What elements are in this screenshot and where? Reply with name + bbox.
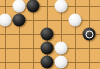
go-board[interactable] — [0, 0, 100, 69]
go-stone-white[interactable] — [55, 42, 68, 55]
go-stone-black[interactable] — [41, 56, 54, 69]
go-stone-white[interactable] — [0, 14, 12, 27]
go-stone-white[interactable] — [55, 56, 68, 69]
last-move-marker-icon — [85, 30, 93, 38]
go-stone-white[interactable] — [55, 0, 68, 13]
go-stone-white[interactable] — [13, 0, 26, 13]
go-stone-black[interactable] — [83, 28, 96, 41]
go-stone-black[interactable] — [27, 0, 40, 13]
go-board-screenshot — [0, 0, 100, 69]
go-stone-black[interactable] — [41, 42, 54, 55]
go-stone-black[interactable] — [41, 28, 54, 41]
go-stone-black[interactable] — [13, 14, 26, 27]
go-stone-white[interactable] — [69, 14, 82, 27]
